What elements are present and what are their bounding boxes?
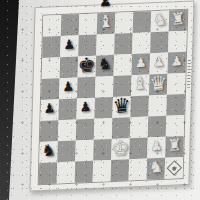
square-h2[interactable]: ♜	[165, 136, 184, 158]
square-a7[interactable]	[42, 36, 61, 58]
square-g2[interactable]: ♟	[147, 137, 166, 159]
white-pawn-g2[interactable]: ♟	[150, 139, 162, 153]
black-queen-e4[interactable]: ♛	[112, 94, 131, 116]
white-rook-h2[interactable]: ♜	[167, 136, 182, 154]
square-f2[interactable]	[129, 138, 148, 160]
square-g8[interactable]: ♞	[151, 11, 170, 33]
square-h3[interactable]	[166, 115, 185, 137]
square-h8[interactable]: ♜	[169, 10, 188, 32]
square-c1[interactable]	[75, 161, 94, 183]
white-pawn-g6[interactable]: ♟	[153, 54, 165, 68]
square-c8[interactable]	[79, 14, 98, 36]
square-g3[interactable]	[148, 116, 167, 138]
board-grid: ♝♞♜♟♚♞♟♟♟♟♝♛♟♟♛♞♚♟♜♞	[38, 9, 189, 185]
square-a1[interactable]	[39, 162, 58, 184]
square-c6[interactable]: ♚	[78, 56, 97, 78]
square-c3[interactable]	[76, 119, 95, 141]
black-pawn-a4[interactable]: ♟	[44, 101, 56, 115]
square-g1[interactable]: ♞	[147, 158, 166, 180]
square-f5[interactable]: ♝	[131, 74, 150, 96]
square-d4[interactable]	[94, 97, 113, 119]
black-knight-d6[interactable]: ♞	[97, 55, 112, 73]
square-b6[interactable]	[60, 56, 79, 78]
square-a4[interactable]: ♟	[40, 99, 59, 121]
white-king-e2[interactable]: ♚	[111, 136, 130, 158]
square-a5[interactable]	[41, 78, 60, 100]
square-d8[interactable]: ♝	[97, 13, 116, 35]
square-g5[interactable]: ♛	[149, 74, 168, 96]
square-b4[interactable]	[58, 98, 77, 120]
square-b2[interactable]	[57, 141, 76, 163]
square-d5[interactable]	[95, 76, 114, 98]
white-bishop-d8[interactable]: ♝	[98, 12, 114, 31]
white-knight-g8[interactable]: ♞	[152, 11, 167, 29]
white-bishop-f5[interactable]: ♝	[132, 74, 148, 93]
square-d1[interactable]	[93, 160, 112, 182]
square-h7[interactable]	[168, 31, 187, 53]
white-pawn-h6[interactable]: ♟	[171, 54, 183, 68]
white-rook-h8[interactable]: ♜	[170, 10, 185, 28]
square-h4[interactable]	[166, 94, 185, 116]
table-edge-shadow	[0, 0, 20, 200]
square-b3[interactable]	[58, 120, 77, 142]
square-a6[interactable]	[42, 57, 61, 79]
square-e7[interactable]	[114, 33, 133, 55]
black-pawn-b7[interactable]: ♟	[63, 37, 75, 51]
square-e2[interactable]: ♚	[111, 138, 130, 160]
square-e4[interactable]: ♛	[112, 96, 131, 118]
square-h5[interactable]	[167, 73, 186, 95]
photo-frame: ♟ ♝♞♜♟♚♞♟♟♟♟♝♛♟♟♛♞♚♟♜♞	[0, 0, 200, 200]
square-a8[interactable]	[43, 15, 62, 37]
square-f8[interactable]	[133, 11, 152, 33]
square-d3[interactable]	[94, 118, 113, 140]
square-g4[interactable]	[148, 95, 167, 117]
square-e8[interactable]	[115, 12, 134, 34]
square-b1[interactable]	[57, 162, 76, 184]
square-b5[interactable]: ♟	[59, 77, 78, 99]
square-g7[interactable]	[150, 32, 169, 54]
square-a2[interactable]: ♞	[39, 141, 58, 163]
square-e6[interactable]	[114, 54, 133, 76]
black-knight-a2[interactable]: ♞	[41, 141, 56, 159]
square-f7[interactable]	[132, 32, 151, 54]
maker-text-illegible	[187, 60, 191, 88]
square-b8[interactable]	[61, 14, 80, 36]
black-pawn-b5[interactable]: ♟	[62, 79, 74, 93]
chess-board: ♝♞♜♟♚♞♟♟♟♟♝♛♟♟♛♞♚♟♜♞	[29, 0, 194, 191]
square-a3[interactable]	[40, 120, 59, 142]
square-b7[interactable]: ♟	[60, 35, 79, 57]
white-pawn-f6[interactable]: ♟	[135, 55, 147, 69]
square-d7[interactable]	[96, 34, 115, 56]
square-f1[interactable]	[129, 159, 148, 181]
square-d2[interactable]	[93, 139, 112, 161]
square-c4[interactable]: ♟	[76, 98, 95, 120]
black-king-c6[interactable]: ♚	[77, 54, 96, 76]
square-c2[interactable]	[75, 140, 94, 162]
square-e1[interactable]	[111, 159, 130, 181]
square-c5[interactable]	[77, 77, 96, 99]
black-pawn-c4[interactable]: ♟	[80, 99, 92, 113]
square-f4[interactable]	[130, 95, 149, 117]
square-h1[interactable]	[165, 157, 184, 179]
square-f3[interactable]	[130, 116, 149, 138]
white-queen-g5[interactable]: ♛	[149, 72, 168, 94]
captured-black-piece[interactable]: ♟	[99, 0, 112, 8]
square-d6[interactable]: ♞	[96, 55, 115, 77]
white-knight-g1[interactable]: ♞	[148, 158, 163, 176]
maker-crest-icon	[166, 160, 182, 176]
square-h6[interactable]: ♟	[168, 52, 187, 74]
